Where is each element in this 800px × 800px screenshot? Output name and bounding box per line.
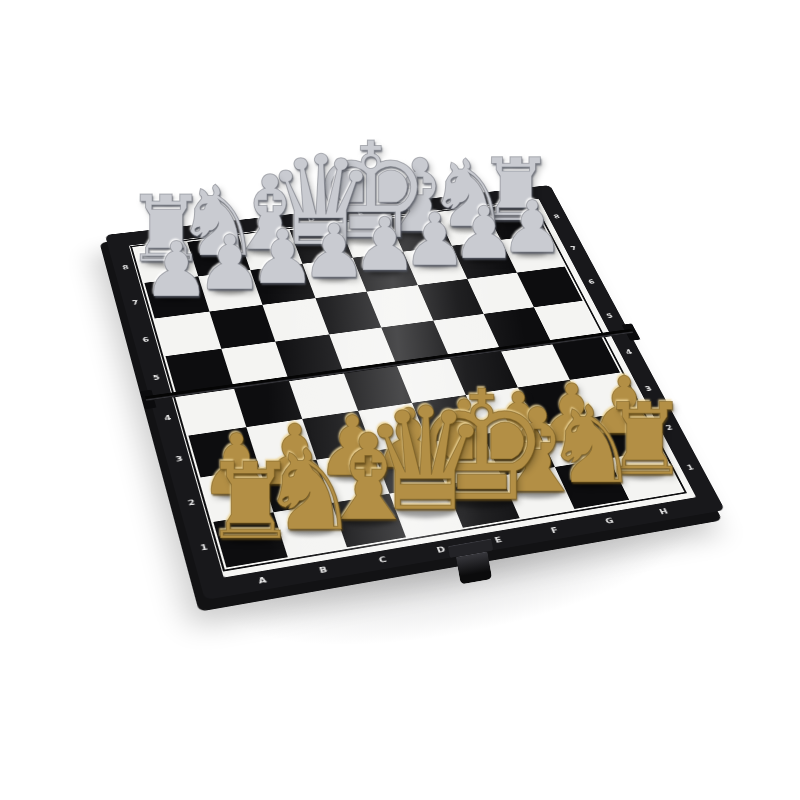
white-rook-glyph: ♜ [203, 449, 298, 555]
pieces-layer: ♜♞♝♚♛♝♟♞♟♜♟♟♟♟♟♟♟♟♟♟♟♜♟♞♟♝♟♚♛♝♞♜ [0, 0, 800, 800]
scene: AABBCCDDEEFFGGHH1122334455667788 ♜♞♝♚♛♝♟… [0, 0, 800, 800]
black-pawn-glyph: ♟ [142, 232, 210, 308]
